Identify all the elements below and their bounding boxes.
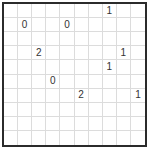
- grid-cell[interactable]: [103, 46, 117, 60]
- clue-cell[interactable]: 1: [117, 46, 131, 60]
- grid-cell[interactable]: [32, 18, 46, 32]
- grid-cell[interactable]: [117, 131, 131, 145]
- grid-cell[interactable]: [117, 89, 131, 103]
- grid-cell[interactable]: [89, 131, 103, 145]
- clue-cell[interactable]: 0: [60, 18, 74, 32]
- clue-cell[interactable]: 0: [18, 18, 32, 32]
- grid-cell[interactable]: [4, 89, 18, 103]
- grid-cell[interactable]: [131, 117, 145, 131]
- grid-cell[interactable]: [4, 75, 18, 89]
- grid-cell[interactable]: [18, 46, 32, 60]
- grid-cell[interactable]: [89, 117, 103, 131]
- grid-cell[interactable]: [4, 4, 18, 18]
- grid-cell[interactable]: [4, 60, 18, 74]
- grid-cell[interactable]: [4, 103, 18, 117]
- grid-cell[interactable]: [117, 117, 131, 131]
- clue-cell[interactable]: 1: [103, 60, 117, 74]
- grid-cell[interactable]: [46, 131, 60, 145]
- grid-cell[interactable]: [46, 117, 60, 131]
- grid-cell[interactable]: [131, 32, 145, 46]
- grid-cell[interactable]: [89, 103, 103, 117]
- grid-cell[interactable]: [32, 75, 46, 89]
- grid-cell[interactable]: [46, 32, 60, 46]
- grid-cell[interactable]: [46, 18, 60, 32]
- grid-cell[interactable]: [131, 103, 145, 117]
- puzzle-board: 100211021: [2, 2, 147, 147]
- grid-cell[interactable]: [18, 117, 32, 131]
- clue-cell[interactable]: 1: [103, 4, 117, 18]
- grid-cell[interactable]: [75, 75, 89, 89]
- grid-cell[interactable]: [60, 75, 74, 89]
- grid-cell[interactable]: [131, 131, 145, 145]
- grid-cell[interactable]: [103, 89, 117, 103]
- grid-cell[interactable]: [4, 117, 18, 131]
- grid-cell[interactable]: [60, 4, 74, 18]
- grid-cell[interactable]: [46, 60, 60, 74]
- grid-cell[interactable]: [75, 4, 89, 18]
- grid-cell[interactable]: [131, 18, 145, 32]
- grid-cell[interactable]: [75, 117, 89, 131]
- grid-cell[interactable]: [75, 103, 89, 117]
- grid-cell[interactable]: [103, 117, 117, 131]
- grid-cell[interactable]: [32, 89, 46, 103]
- grid-cell[interactable]: [32, 4, 46, 18]
- grid-cell[interactable]: [4, 18, 18, 32]
- grid-cell[interactable]: [32, 131, 46, 145]
- grid-cell[interactable]: [117, 103, 131, 117]
- clue-cell[interactable]: 2: [32, 46, 46, 60]
- grid-cell[interactable]: [89, 60, 103, 74]
- clue-cell[interactable]: 0: [46, 75, 60, 89]
- grid-cell[interactable]: [4, 32, 18, 46]
- grid-cell[interactable]: [89, 89, 103, 103]
- grid-cell[interactable]: [60, 103, 74, 117]
- grid-cell[interactable]: [46, 89, 60, 103]
- grid-cell[interactable]: [117, 32, 131, 46]
- grid-cell[interactable]: [60, 46, 74, 60]
- grid-cell[interactable]: [89, 75, 103, 89]
- grid-cell[interactable]: [18, 75, 32, 89]
- grid-cell[interactable]: [18, 32, 32, 46]
- grid-cell[interactable]: [131, 46, 145, 60]
- grid-cell[interactable]: [60, 89, 74, 103]
- grid-cell[interactable]: [103, 32, 117, 46]
- grid-cell[interactable]: [18, 103, 32, 117]
- grid-cell[interactable]: [60, 117, 74, 131]
- grid-cell[interactable]: [75, 131, 89, 145]
- grid-cell[interactable]: [46, 103, 60, 117]
- grid-cell[interactable]: [18, 4, 32, 18]
- grid-cell[interactable]: [117, 60, 131, 74]
- grid-cell[interactable]: [89, 18, 103, 32]
- clue-cell[interactable]: 2: [75, 89, 89, 103]
- grid-cell[interactable]: [32, 103, 46, 117]
- grid-cell[interactable]: [75, 60, 89, 74]
- grid-cell[interactable]: [89, 32, 103, 46]
- grid-cell[interactable]: [60, 131, 74, 145]
- grid-cell[interactable]: [89, 46, 103, 60]
- grid-cell[interactable]: [117, 4, 131, 18]
- grid-cell[interactable]: [75, 18, 89, 32]
- grid-cell[interactable]: [4, 131, 18, 145]
- grid-cell[interactable]: [32, 32, 46, 46]
- grid-cell[interactable]: [89, 4, 103, 18]
- grid-cell[interactable]: [60, 60, 74, 74]
- grid-cell[interactable]: [131, 75, 145, 89]
- grid-cell[interactable]: [60, 32, 74, 46]
- grid-cell[interactable]: [46, 4, 60, 18]
- grid-cell[interactable]: [131, 60, 145, 74]
- grid-cell[interactable]: [117, 18, 131, 32]
- grid-cell[interactable]: [75, 46, 89, 60]
- grid-cell[interactable]: [103, 18, 117, 32]
- grid-cell[interactable]: [103, 103, 117, 117]
- grid-cell[interactable]: [103, 75, 117, 89]
- grid-cell[interactable]: [18, 60, 32, 74]
- grid-cell[interactable]: [117, 75, 131, 89]
- grid-cell[interactable]: [131, 4, 145, 18]
- grid-cell[interactable]: [32, 117, 46, 131]
- grid-cell[interactable]: [46, 46, 60, 60]
- grid-cell[interactable]: [18, 131, 32, 145]
- grid-cell[interactable]: [4, 46, 18, 60]
- grid-cell[interactable]: [75, 32, 89, 46]
- grid-cell[interactable]: [32, 60, 46, 74]
- grid-cell[interactable]: [103, 131, 117, 145]
- grid-cell[interactable]: [18, 89, 32, 103]
- clue-cell[interactable]: 1: [131, 89, 145, 103]
